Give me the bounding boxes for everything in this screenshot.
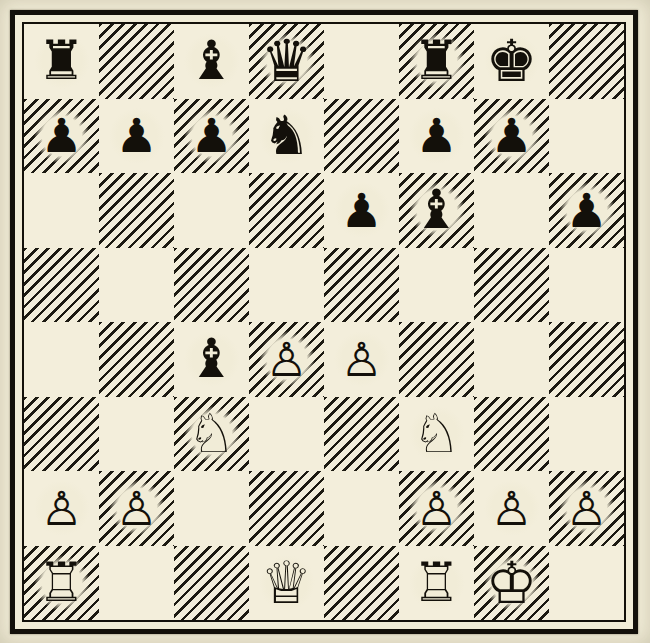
square-a4[interactable] bbox=[24, 322, 99, 397]
square-h5[interactable] bbox=[549, 248, 624, 323]
square-a3[interactable] bbox=[24, 397, 99, 472]
square-g6[interactable] bbox=[474, 173, 549, 248]
square-b6[interactable] bbox=[99, 173, 174, 248]
square-b5[interactable] bbox=[99, 248, 174, 323]
square-e2[interactable] bbox=[324, 471, 399, 546]
square-e3[interactable] bbox=[324, 397, 399, 472]
square-g5[interactable] bbox=[474, 248, 549, 323]
white-pawn-a2[interactable]: ♙ bbox=[28, 474, 96, 542]
square-f3[interactable]: ♘ bbox=[399, 397, 474, 472]
black-pawn-e6[interactable]: ♟ bbox=[328, 176, 396, 244]
square-e7[interactable] bbox=[324, 99, 399, 174]
square-b7[interactable]: ♟ bbox=[99, 99, 174, 174]
square-d1[interactable]: ♕ bbox=[249, 546, 324, 621]
square-a8[interactable]: ♜ bbox=[24, 24, 99, 99]
square-a1[interactable]: ♖ bbox=[24, 546, 99, 621]
white-pawn-d4[interactable]: ♙ bbox=[253, 325, 321, 393]
square-c2[interactable] bbox=[174, 471, 249, 546]
square-b3[interactable] bbox=[99, 397, 174, 472]
square-d6[interactable] bbox=[249, 173, 324, 248]
black-knight-d7[interactable]: ♞ bbox=[253, 102, 321, 170]
black-bishop-c4[interactable]: ♝ bbox=[178, 325, 246, 393]
square-g1[interactable]: ♔ bbox=[474, 546, 549, 621]
square-d7[interactable]: ♞ bbox=[249, 99, 324, 174]
square-a7[interactable]: ♟ bbox=[24, 99, 99, 174]
square-g7[interactable]: ♟ bbox=[474, 99, 549, 174]
square-a2[interactable]: ♙ bbox=[24, 471, 99, 546]
white-knight-c3[interactable]: ♘ bbox=[178, 400, 246, 468]
square-c1[interactable] bbox=[174, 546, 249, 621]
black-queen-d8[interactable]: ♛ bbox=[253, 27, 321, 95]
square-a5[interactable] bbox=[24, 248, 99, 323]
square-f4[interactable] bbox=[399, 322, 474, 397]
square-d4[interactable]: ♙ bbox=[249, 322, 324, 397]
black-bishop-c8[interactable]: ♝ bbox=[178, 27, 246, 95]
square-g4[interactable] bbox=[474, 322, 549, 397]
black-rook-a8[interactable]: ♜ bbox=[28, 27, 96, 95]
square-h7[interactable] bbox=[549, 99, 624, 174]
white-knight-f3[interactable]: ♘ bbox=[403, 400, 471, 468]
black-pawn-g7[interactable]: ♟ bbox=[478, 102, 546, 170]
square-c6[interactable] bbox=[174, 173, 249, 248]
square-c3[interactable]: ♘ bbox=[174, 397, 249, 472]
white-pawn-b2[interactable]: ♙ bbox=[103, 474, 171, 542]
black-king-g8[interactable]: ♚ bbox=[478, 27, 546, 95]
chess-board-frame: ♜♝♛♜♚♟♟♟♞♟♟♟♝♟♝♙♙♘♘♙♙♙♙♙♖♕♖♔ bbox=[10, 10, 638, 634]
square-g3[interactable] bbox=[474, 397, 549, 472]
square-d3[interactable] bbox=[249, 397, 324, 472]
black-bishop-f6[interactable]: ♝ bbox=[403, 176, 471, 244]
square-e1[interactable] bbox=[324, 546, 399, 621]
square-d2[interactable] bbox=[249, 471, 324, 546]
white-pawn-e4[interactable]: ♙ bbox=[328, 325, 396, 393]
white-pawn-g2[interactable]: ♙ bbox=[478, 474, 546, 542]
white-queen-d1[interactable]: ♕ bbox=[253, 549, 321, 617]
square-h1[interactable] bbox=[549, 546, 624, 621]
square-g2[interactable]: ♙ bbox=[474, 471, 549, 546]
black-pawn-a7[interactable]: ♟ bbox=[28, 102, 96, 170]
white-rook-f1[interactable]: ♖ bbox=[403, 549, 471, 617]
square-d5[interactable] bbox=[249, 248, 324, 323]
square-g8[interactable]: ♚ bbox=[474, 24, 549, 99]
black-pawn-c7[interactable]: ♟ bbox=[178, 102, 246, 170]
square-h2[interactable]: ♙ bbox=[549, 471, 624, 546]
square-e6[interactable]: ♟ bbox=[324, 173, 399, 248]
square-f6[interactable]: ♝ bbox=[399, 173, 474, 248]
square-h3[interactable] bbox=[549, 397, 624, 472]
square-c7[interactable]: ♟ bbox=[174, 99, 249, 174]
square-a6[interactable] bbox=[24, 173, 99, 248]
chess-board: ♜♝♛♜♚♟♟♟♞♟♟♟♝♟♝♙♙♘♘♙♙♙♙♙♖♕♖♔ bbox=[24, 24, 624, 620]
square-c8[interactable]: ♝ bbox=[174, 24, 249, 99]
chess-board-border: ♜♝♛♜♚♟♟♟♞♟♟♟♝♟♝♙♙♘♘♙♙♙♙♙♖♕♖♔ bbox=[22, 22, 626, 622]
white-pawn-f2[interactable]: ♙ bbox=[403, 474, 471, 542]
square-f1[interactable]: ♖ bbox=[399, 546, 474, 621]
square-f2[interactable]: ♙ bbox=[399, 471, 474, 546]
square-c4[interactable]: ♝ bbox=[174, 322, 249, 397]
white-rook-a1[interactable]: ♖ bbox=[28, 549, 96, 617]
square-h4[interactable] bbox=[549, 322, 624, 397]
square-b2[interactable]: ♙ bbox=[99, 471, 174, 546]
square-h8[interactable] bbox=[549, 24, 624, 99]
square-e8[interactable] bbox=[324, 24, 399, 99]
black-rook-f8[interactable]: ♜ bbox=[403, 27, 471, 95]
square-c5[interactable] bbox=[174, 248, 249, 323]
square-b4[interactable] bbox=[99, 322, 174, 397]
black-pawn-b7[interactable]: ♟ bbox=[103, 102, 171, 170]
square-b1[interactable] bbox=[99, 546, 174, 621]
black-pawn-f7[interactable]: ♟ bbox=[403, 102, 471, 170]
book-page: ♜♝♛♜♚♟♟♟♞♟♟♟♝♟♝♙♙♘♘♙♙♙♙♙♖♕♖♔ bbox=[0, 0, 650, 643]
white-pawn-h2[interactable]: ♙ bbox=[553, 474, 621, 542]
square-h6[interactable]: ♟ bbox=[549, 173, 624, 248]
white-king-g1[interactable]: ♔ bbox=[478, 549, 546, 617]
square-e5[interactable] bbox=[324, 248, 399, 323]
square-f7[interactable]: ♟ bbox=[399, 99, 474, 174]
square-f5[interactable] bbox=[399, 248, 474, 323]
square-b8[interactable] bbox=[99, 24, 174, 99]
black-pawn-h6[interactable]: ♟ bbox=[553, 176, 621, 244]
square-e4[interactable]: ♙ bbox=[324, 322, 399, 397]
square-f8[interactable]: ♜ bbox=[399, 24, 474, 99]
square-d8[interactable]: ♛ bbox=[249, 24, 324, 99]
